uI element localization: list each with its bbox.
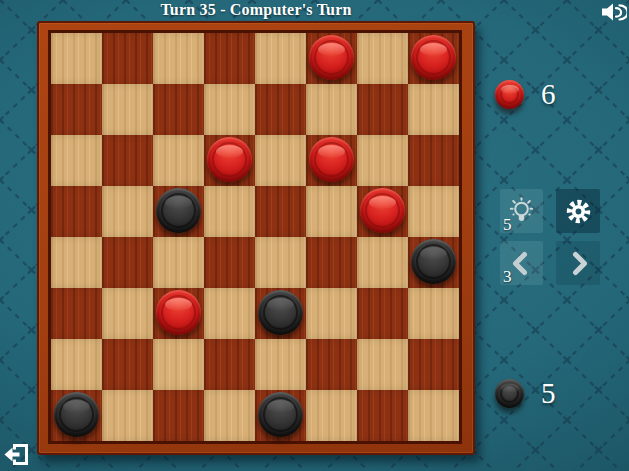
board-square[interactable] bbox=[153, 339, 204, 390]
board-square[interactable] bbox=[51, 33, 102, 84]
board-square[interactable] bbox=[51, 186, 102, 237]
board-square[interactable] bbox=[51, 288, 102, 339]
board-square[interactable] bbox=[102, 339, 153, 390]
redo-button[interactable] bbox=[556, 241, 600, 285]
board-square[interactable] bbox=[102, 288, 153, 339]
board-square[interactable] bbox=[51, 135, 102, 186]
game-window: Turn 35 - Computer's Turn 6 bbox=[0, 0, 629, 471]
black-piece[interactable] bbox=[258, 290, 303, 335]
board-square[interactable] bbox=[306, 390, 357, 441]
red-piece[interactable] bbox=[360, 188, 405, 233]
red-count: 6 bbox=[541, 80, 556, 109]
board-square[interactable] bbox=[357, 186, 408, 237]
board-square[interactable] bbox=[204, 339, 255, 390]
board-square[interactable] bbox=[306, 84, 357, 135]
settings-button[interactable] bbox=[556, 189, 600, 233]
board-square[interactable] bbox=[102, 84, 153, 135]
board-square[interactable] bbox=[153, 84, 204, 135]
black-piece[interactable] bbox=[258, 392, 303, 437]
board-square[interactable] bbox=[306, 33, 357, 84]
undo-button[interactable]: 3 bbox=[500, 241, 543, 285]
board-grid bbox=[48, 30, 462, 444]
board-square[interactable] bbox=[102, 135, 153, 186]
board-square[interactable] bbox=[153, 186, 204, 237]
board-square[interactable] bbox=[102, 186, 153, 237]
board-square[interactable] bbox=[255, 288, 306, 339]
exit-door-icon bbox=[3, 441, 30, 468]
black-piece[interactable] bbox=[54, 392, 99, 437]
red-piece[interactable] bbox=[207, 137, 252, 182]
board-square[interactable] bbox=[204, 186, 255, 237]
board-square[interactable] bbox=[51, 390, 102, 441]
board-square[interactable] bbox=[153, 135, 204, 186]
red-piece[interactable] bbox=[156, 290, 201, 335]
board-square[interactable] bbox=[255, 390, 306, 441]
red-piece[interactable] bbox=[309, 137, 354, 182]
board-square[interactable] bbox=[102, 390, 153, 441]
red-counter: 6 bbox=[495, 80, 556, 109]
board-square[interactable] bbox=[357, 237, 408, 288]
board-square[interactable] bbox=[408, 339, 459, 390]
board-square[interactable] bbox=[408, 84, 459, 135]
board-square[interactable] bbox=[255, 135, 306, 186]
chevron-left-icon bbox=[508, 250, 535, 277]
board-square[interactable] bbox=[306, 186, 357, 237]
board-square[interactable] bbox=[408, 288, 459, 339]
hint-button[interactable]: 5 bbox=[500, 189, 543, 233]
black-count: 5 bbox=[541, 379, 556, 408]
lightbulb-icon bbox=[508, 196, 535, 227]
red-piece[interactable] bbox=[309, 35, 354, 80]
board-square[interactable] bbox=[255, 33, 306, 84]
board-square[interactable] bbox=[204, 237, 255, 288]
board-square[interactable] bbox=[306, 288, 357, 339]
board-square[interactable] bbox=[51, 339, 102, 390]
board-square[interactable] bbox=[153, 33, 204, 84]
board-square[interactable] bbox=[357, 135, 408, 186]
board-square[interactable] bbox=[204, 33, 255, 84]
board-square[interactable] bbox=[204, 135, 255, 186]
board-square[interactable] bbox=[204, 288, 255, 339]
red-piece[interactable] bbox=[411, 35, 456, 80]
black-piece-icon bbox=[495, 379, 524, 408]
board-square[interactable] bbox=[357, 84, 408, 135]
board-square[interactable] bbox=[408, 237, 459, 288]
controls-panel: 5 3 bbox=[500, 189, 600, 285]
hint-count-badge: 5 bbox=[503, 216, 512, 233]
board-square[interactable] bbox=[306, 135, 357, 186]
board-square[interactable] bbox=[357, 33, 408, 84]
board-square[interactable] bbox=[357, 339, 408, 390]
board-square[interactable] bbox=[306, 237, 357, 288]
turn-status-title: Turn 35 - Computer's Turn bbox=[37, 1, 475, 19]
board-square[interactable] bbox=[408, 33, 459, 84]
checkers-board bbox=[37, 21, 475, 455]
board-square[interactable] bbox=[408, 390, 459, 441]
board-square[interactable] bbox=[408, 135, 459, 186]
board-square[interactable] bbox=[153, 288, 204, 339]
board-square[interactable] bbox=[204, 84, 255, 135]
gear-icon bbox=[565, 198, 592, 225]
board-square[interactable] bbox=[357, 390, 408, 441]
exit-button[interactable] bbox=[3, 441, 30, 468]
speaker-icon bbox=[600, 1, 627, 24]
board-square[interactable] bbox=[255, 237, 306, 288]
board-square[interactable] bbox=[357, 288, 408, 339]
undo-count-badge: 3 bbox=[503, 268, 512, 285]
board-square[interactable] bbox=[153, 237, 204, 288]
board-square[interactable] bbox=[255, 84, 306, 135]
black-counter: 5 bbox=[495, 379, 556, 408]
board-square[interactable] bbox=[51, 237, 102, 288]
board-square[interactable] bbox=[255, 339, 306, 390]
black-piece[interactable] bbox=[411, 239, 456, 284]
board-square[interactable] bbox=[153, 390, 204, 441]
board-square[interactable] bbox=[102, 237, 153, 288]
red-piece-icon bbox=[495, 80, 524, 109]
board-square[interactable] bbox=[51, 84, 102, 135]
board-square[interactable] bbox=[204, 390, 255, 441]
board-square[interactable] bbox=[102, 33, 153, 84]
board-square[interactable] bbox=[255, 186, 306, 237]
board-square[interactable] bbox=[306, 339, 357, 390]
black-piece[interactable] bbox=[156, 188, 201, 233]
sound-button[interactable] bbox=[600, 1, 627, 24]
chevron-right-icon bbox=[565, 250, 592, 277]
board-square[interactable] bbox=[408, 186, 459, 237]
